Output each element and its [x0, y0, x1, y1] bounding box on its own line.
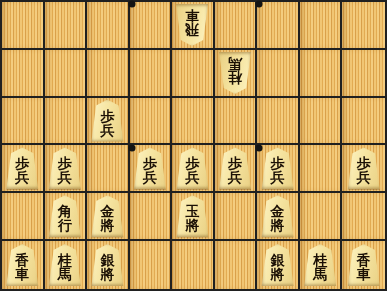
board-cell[interactable]: 飛車	[172, 2, 215, 50]
board-cell[interactable]: 歩兵	[215, 145, 258, 193]
piece-kanji-char: 兵	[185, 170, 199, 184]
star-point	[128, 144, 135, 151]
piece-kanji-char: 玉	[185, 204, 199, 218]
board-cell[interactable]	[45, 98, 88, 146]
board-cell[interactable]: 香車	[342, 241, 385, 289]
star-point	[256, 144, 263, 151]
board-cell[interactable]: 歩兵	[342, 145, 385, 193]
board-cell[interactable]: 桂馬	[45, 241, 88, 289]
piece-kanji-char: 桂	[313, 253, 327, 267]
board-cell[interactable]: 銀將	[87, 241, 130, 289]
piece-kanji-char: 歩	[100, 109, 114, 123]
board-cell[interactable]	[87, 2, 130, 50]
piece-kanji-char: 飛	[185, 23, 199, 37]
piece-kanji-char: 兵	[15, 170, 29, 184]
board-cell[interactable]	[130, 241, 173, 289]
board-cell[interactable]	[172, 241, 215, 289]
piece-kanji-char: 將	[100, 267, 114, 281]
board-cell[interactable]	[130, 2, 173, 50]
board-cell[interactable]: 歩兵	[130, 145, 173, 193]
board-cell[interactable]	[130, 98, 173, 146]
board-cell[interactable]	[300, 2, 343, 50]
board-cell[interactable]	[45, 2, 88, 50]
piece-kanji-char: 金	[100, 204, 114, 218]
white-knight[interactable]: 桂馬	[218, 52, 252, 94]
board-cell[interactable]	[2, 2, 45, 50]
piece-kanji-char: 車	[357, 267, 371, 281]
black-silver[interactable]: 銀將	[261, 244, 295, 286]
board-cell[interactable]: 歩兵	[87, 98, 130, 146]
board-cell[interactable]: 桂馬	[300, 241, 343, 289]
piece-kanji-char: 角	[58, 204, 72, 218]
piece-kanji-char: 兵	[271, 170, 285, 184]
black-pawn[interactable]: 歩兵	[5, 147, 39, 189]
piece-kanji-char: 行	[58, 218, 72, 232]
board-cell[interactable]: 金將	[87, 193, 130, 241]
piece-kanji-char: 將	[185, 218, 199, 232]
board-cell[interactable]	[300, 145, 343, 193]
piece-kanji-char: 兵	[100, 123, 114, 137]
black-lance[interactable]: 香車	[347, 244, 381, 286]
board-cell[interactable]	[215, 98, 258, 146]
board-cell[interactable]: 角行	[45, 193, 88, 241]
piece-kanji-char: 將	[271, 218, 285, 232]
board-cell[interactable]	[300, 193, 343, 241]
piece-kanji-char: 車	[15, 267, 29, 281]
piece-kanji-char: 歩	[357, 156, 371, 170]
board-cell[interactable]	[87, 50, 130, 98]
black-gold[interactable]: 金將	[90, 195, 124, 237]
board-cell[interactable]	[45, 50, 88, 98]
board-cell[interactable]	[342, 193, 385, 241]
board-cell[interactable]	[87, 145, 130, 193]
piece-kanji-char: 歩	[228, 156, 242, 170]
board-cell[interactable]	[342, 50, 385, 98]
black-pawn[interactable]: 歩兵	[347, 147, 381, 189]
board-cell[interactable]: 歩兵	[45, 145, 88, 193]
piece-kanji-char: 馬	[58, 267, 72, 281]
black-bishop[interactable]: 角行	[48, 195, 82, 237]
board-cell[interactable]	[257, 98, 300, 146]
star-point	[256, 1, 263, 8]
black-pawn[interactable]: 歩兵	[48, 147, 82, 189]
black-knight[interactable]: 桂馬	[303, 244, 337, 286]
black-silver[interactable]: 銀將	[90, 244, 124, 286]
black-pawn[interactable]: 歩兵	[133, 147, 167, 189]
piece-kanji-char: 兵	[228, 170, 242, 184]
board-cell[interactable]	[257, 50, 300, 98]
piece-kanji-char: 銀	[271, 253, 285, 267]
piece-kanji-char: 馬	[313, 267, 327, 281]
board-cell[interactable]: 桂馬	[215, 50, 258, 98]
board-cell[interactable]: 歩兵	[172, 145, 215, 193]
black-lance[interactable]: 香車	[5, 244, 39, 286]
piece-kanji-char: 桂	[228, 71, 242, 85]
board-cell[interactable]: 歩兵	[257, 145, 300, 193]
board-cell[interactable]	[172, 98, 215, 146]
piece-kanji-char: 金	[271, 204, 285, 218]
piece-kanji-char: 將	[100, 218, 114, 232]
board-cell[interactable]	[2, 193, 45, 241]
piece-kanji-char: 將	[271, 267, 285, 281]
board-cell[interactable]	[300, 50, 343, 98]
piece-kanji-char: 兵	[58, 170, 72, 184]
board-cell[interactable]	[2, 98, 45, 146]
board-cell[interactable]	[300, 98, 343, 146]
board-cell[interactable]: 金將	[257, 193, 300, 241]
black-pawn[interactable]: 歩兵	[90, 100, 124, 142]
piece-kanji-char: 兵	[143, 170, 157, 184]
board-cell[interactable]: 銀將	[257, 241, 300, 289]
board-cell[interactable]	[215, 241, 258, 289]
black-gold[interactable]: 金將	[261, 195, 295, 237]
board-cell[interactable]	[172, 50, 215, 98]
board-cell[interactable]	[215, 2, 258, 50]
piece-kanji-char: 歩	[15, 156, 29, 170]
piece-kanji-char: 銀	[100, 253, 114, 267]
board-cell[interactable]	[342, 98, 385, 146]
board-cell[interactable]: 香車	[2, 241, 45, 289]
board-cell[interactable]	[215, 193, 258, 241]
piece-kanji-char: 歩	[58, 156, 72, 170]
piece-kanji-char: 桂	[58, 253, 72, 267]
piece-kanji-char: 香	[15, 253, 29, 267]
star-point	[128, 1, 135, 8]
board-cell[interactable]: 玉將	[172, 193, 215, 241]
white-rook[interactable]: 飛車	[175, 4, 209, 46]
piece-kanji-char: 香	[357, 253, 371, 267]
piece-kanji-char: 車	[185, 9, 199, 23]
black-knight[interactable]: 桂馬	[48, 244, 82, 286]
piece-kanji-char: 歩	[185, 156, 199, 170]
piece-kanji-char: 兵	[357, 170, 371, 184]
shogi-board: 飛車桂馬歩兵歩兵歩兵歩兵歩兵歩兵歩兵歩兵角行金將玉將金將香車桂馬銀將銀將桂馬香車	[0, 0, 387, 291]
board-cell[interactable]: 歩兵	[2, 145, 45, 193]
board-cell[interactable]	[257, 2, 300, 50]
piece-kanji-char: 馬	[228, 57, 242, 71]
board-cell[interactable]	[130, 50, 173, 98]
black-pawn[interactable]: 歩兵	[218, 147, 252, 189]
board-cell[interactable]	[342, 2, 385, 50]
black-king[interactable]: 玉將	[175, 195, 209, 237]
board-cell[interactable]	[130, 193, 173, 241]
black-pawn[interactable]: 歩兵	[261, 147, 295, 189]
board-cell[interactable]	[2, 50, 45, 98]
piece-kanji-char: 歩	[143, 156, 157, 170]
black-pawn[interactable]: 歩兵	[175, 147, 209, 189]
piece-kanji-char: 歩	[271, 156, 285, 170]
